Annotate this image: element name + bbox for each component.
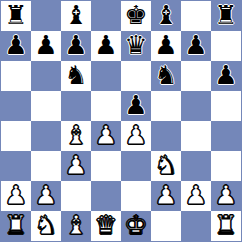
- square-b6[interactable]: [31, 61, 61, 91]
- white-pawn: ♟: [34, 182, 57, 208]
- square-a7[interactable]: ♟: [1, 31, 31, 61]
- square-b5[interactable]: [31, 91, 61, 121]
- square-d1[interactable]: ♛: [91, 211, 121, 241]
- black-rook: ♜: [214, 2, 237, 28]
- square-f6[interactable]: ♞: [151, 61, 181, 91]
- square-h8[interactable]: ♜: [211, 1, 241, 31]
- square-e4[interactable]: ♟: [121, 121, 151, 151]
- square-h2[interactable]: ♟: [211, 181, 241, 211]
- white-pawn: ♟: [214, 182, 237, 208]
- square-d8[interactable]: [91, 1, 121, 31]
- square-a2[interactable]: ♟: [1, 181, 31, 211]
- white-pawn: ♟: [64, 152, 87, 178]
- square-d5[interactable]: [91, 91, 121, 121]
- square-h5[interactable]: [211, 91, 241, 121]
- square-g6[interactable]: [181, 61, 211, 91]
- square-h3[interactable]: [211, 151, 241, 181]
- square-h1[interactable]: ♜: [211, 211, 241, 241]
- square-f7[interactable]: ♟: [151, 31, 181, 61]
- square-f3[interactable]: ♞: [151, 151, 181, 181]
- black-pawn: ♟: [34, 32, 57, 58]
- white-bishop: ♝: [64, 212, 87, 238]
- square-d2[interactable]: [91, 181, 121, 211]
- square-c5[interactable]: [61, 91, 91, 121]
- black-king: ♚: [124, 2, 147, 28]
- white-knight: ♞: [34, 212, 57, 238]
- square-c8[interactable]: ♝: [61, 1, 91, 31]
- square-h6[interactable]: ♟: [211, 61, 241, 91]
- black-bishop: ♝: [154, 2, 177, 28]
- square-c2[interactable]: [61, 181, 91, 211]
- square-b3[interactable]: [31, 151, 61, 181]
- square-f4[interactable]: [151, 121, 181, 151]
- square-c6[interactable]: ♞: [61, 61, 91, 91]
- square-e8[interactable]: ♚: [121, 1, 151, 31]
- square-e3[interactable]: [121, 151, 151, 181]
- black-pawn: ♟: [64, 32, 87, 58]
- square-b7[interactable]: ♟: [31, 31, 61, 61]
- square-d3[interactable]: [91, 151, 121, 181]
- square-g8[interactable]: [181, 1, 211, 31]
- square-c3[interactable]: ♟: [61, 151, 91, 181]
- white-pawn: ♟: [184, 182, 207, 208]
- white-pawn: ♟: [154, 182, 177, 208]
- white-pawn: ♟: [4, 182, 27, 208]
- chess-board: ♜♝♚♝♜♟♟♟♟♛♟♟♞♞♟♟♝♟♟♟♞♟♟♟♟♟♜♞♝♛♚♜: [0, 0, 242, 242]
- square-g7[interactable]: ♟: [181, 31, 211, 61]
- square-g1[interactable]: [181, 211, 211, 241]
- square-e5[interactable]: ♟: [121, 91, 151, 121]
- square-g3[interactable]: [181, 151, 211, 181]
- square-e2[interactable]: [121, 181, 151, 211]
- square-h7[interactable]: [211, 31, 241, 61]
- white-king: ♚: [124, 212, 147, 238]
- square-c1[interactable]: ♝: [61, 211, 91, 241]
- square-c7[interactable]: ♟: [61, 31, 91, 61]
- square-d6[interactable]: [91, 61, 121, 91]
- black-knight: ♞: [64, 62, 87, 88]
- square-f5[interactable]: [151, 91, 181, 121]
- black-bishop: ♝: [64, 2, 87, 28]
- black-pawn: ♟: [154, 32, 177, 58]
- square-a8[interactable]: ♜: [1, 1, 31, 31]
- square-d7[interactable]: ♟: [91, 31, 121, 61]
- square-a6[interactable]: [1, 61, 31, 91]
- square-a3[interactable]: [1, 151, 31, 181]
- square-b1[interactable]: ♞: [31, 211, 61, 241]
- black-pawn: ♟: [4, 32, 27, 58]
- square-g5[interactable]: [181, 91, 211, 121]
- white-pawn: ♟: [94, 122, 117, 148]
- square-e7[interactable]: ♛: [121, 31, 151, 61]
- white-pawn: ♟: [124, 122, 147, 148]
- white-bishop: ♝: [64, 122, 87, 148]
- square-e6[interactable]: [121, 61, 151, 91]
- square-e1[interactable]: ♚: [121, 211, 151, 241]
- square-f8[interactable]: ♝: [151, 1, 181, 31]
- square-f1[interactable]: [151, 211, 181, 241]
- black-pawn: ♟: [184, 32, 207, 58]
- square-g4[interactable]: [181, 121, 211, 151]
- square-h4[interactable]: [211, 121, 241, 151]
- square-f2[interactable]: ♟: [151, 181, 181, 211]
- white-rook: ♜: [4, 212, 27, 238]
- black-pawn: ♟: [94, 32, 117, 58]
- black-rook: ♜: [4, 2, 27, 28]
- square-c4[interactable]: ♝: [61, 121, 91, 151]
- square-a1[interactable]: ♜: [1, 211, 31, 241]
- black-knight: ♞: [154, 62, 177, 88]
- white-rook: ♜: [214, 212, 237, 238]
- black-pawn: ♟: [124, 92, 147, 118]
- square-b2[interactable]: ♟: [31, 181, 61, 211]
- white-knight: ♞: [154, 152, 177, 178]
- square-b4[interactable]: [31, 121, 61, 151]
- black-queen: ♛: [124, 32, 147, 58]
- square-d4[interactable]: ♟: [91, 121, 121, 151]
- square-a4[interactable]: [1, 121, 31, 151]
- square-a5[interactable]: [1, 91, 31, 121]
- white-queen: ♛: [94, 212, 117, 238]
- square-b8[interactable]: [31, 1, 61, 31]
- black-pawn: ♟: [214, 62, 237, 88]
- square-g2[interactable]: ♟: [181, 181, 211, 211]
